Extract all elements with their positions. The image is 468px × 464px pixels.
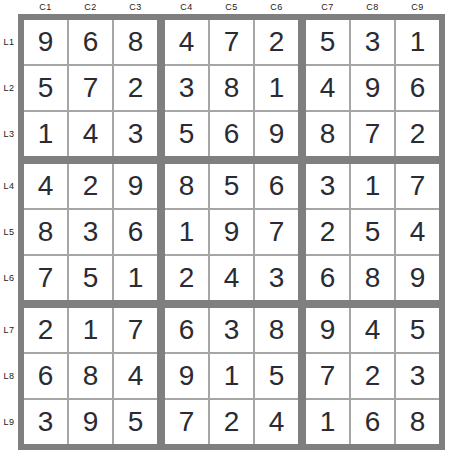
cell-L7C6[interactable]: 8 [255,308,298,352]
row-label-L8: L8 [0,354,18,398]
cell-L6C6[interactable]: 3 [255,256,298,300]
col-label-C5: C5 [210,2,253,14]
cell-L3C2[interactable]: 4 [69,112,112,156]
row-label-L4: L4 [0,164,18,208]
cell-L9C1[interactable]: 3 [24,400,67,444]
cell-L5C4[interactable]: 1 [165,210,208,254]
cell-L5C1[interactable]: 8 [24,210,67,254]
cell-L2C9[interactable]: 6 [396,66,439,110]
cell-L9C8[interactable]: 6 [351,400,394,444]
box-2-3: 317254689 [306,164,439,300]
cell-L8C4[interactable]: 9 [165,354,208,398]
cell-L1C6[interactable]: 2 [255,20,298,64]
row-label-L2: L2 [0,66,18,110]
row-label-group-3: L7L8L9 [0,308,18,444]
cell-L4C8[interactable]: 1 [351,164,394,208]
cell-L2C8[interactable]: 9 [351,66,394,110]
cell-L4C6[interactable]: 6 [255,164,298,208]
cell-L3C1[interactable]: 1 [24,112,67,156]
cell-L6C9[interactable]: 9 [396,256,439,300]
cell-L3C4[interactable]: 5 [165,112,208,156]
col-label-C8: C8 [351,2,394,14]
cell-L5C9[interactable]: 4 [396,210,439,254]
cell-L2C3[interactable]: 2 [114,66,157,110]
cell-L9C9[interactable]: 8 [396,400,439,444]
cell-L8C1[interactable]: 6 [24,354,67,398]
box-1-3: 531496872 [306,20,439,156]
row-label-L9: L9 [0,400,18,444]
cell-L7C2[interactable]: 1 [69,308,112,352]
col-label-group-3: C7C8C9 [306,2,439,14]
cell-L7C3[interactable]: 7 [114,308,157,352]
cell-L6C5[interactable]: 4 [210,256,253,300]
cell-L1C4[interactable]: 4 [165,20,208,64]
cell-L2C5[interactable]: 8 [210,66,253,110]
cell-L1C3[interactable]: 8 [114,20,157,64]
column-labels: C1C2C3C4C5C6C7C8C9 [18,0,445,14]
cell-L2C4[interactable]: 3 [165,66,208,110]
col-label-group-2: C4C5C6 [165,2,298,14]
row-label-group-1: L1L2L3 [0,20,18,156]
row-labels: L1L2L3L4L5L6L7L8L9 [0,14,18,450]
col-label-C7: C7 [306,2,349,14]
cell-L3C9[interactable]: 2 [396,112,439,156]
cell-L4C5[interactable]: 5 [210,164,253,208]
col-label-group-1: C1C2C3 [24,2,157,14]
cell-L7C1[interactable]: 2 [24,308,67,352]
cell-L6C3[interactable]: 1 [114,256,157,300]
cell-L3C8[interactable]: 7 [351,112,394,156]
cell-L1C1[interactable]: 9 [24,20,67,64]
cell-L6C1[interactable]: 7 [24,256,67,300]
cell-L4C7[interactable]: 3 [306,164,349,208]
row-label-L7: L7 [0,308,18,352]
cell-L8C5[interactable]: 1 [210,354,253,398]
cell-L7C9[interactable]: 5 [396,308,439,352]
cell-L9C7[interactable]: 1 [306,400,349,444]
box-2-2: 856197243 [165,164,298,300]
col-label-C1: C1 [24,2,67,14]
cell-L8C9[interactable]: 3 [396,354,439,398]
cell-L2C2[interactable]: 7 [69,66,112,110]
cell-L6C2[interactable]: 5 [69,256,112,300]
cell-L7C8[interactable]: 4 [351,308,394,352]
cell-L9C2[interactable]: 9 [69,400,112,444]
cell-L8C8[interactable]: 2 [351,354,394,398]
cell-L7C4[interactable]: 6 [165,308,208,352]
row-label-L5: L5 [0,210,18,254]
cell-L5C6[interactable]: 7 [255,210,298,254]
cell-L8C7[interactable]: 7 [306,354,349,398]
row-label-L3: L3 [0,112,18,156]
cell-L7C7[interactable]: 9 [306,308,349,352]
cell-L7C5[interactable]: 3 [210,308,253,352]
cell-L8C3[interactable]: 4 [114,354,157,398]
cell-L5C8[interactable]: 5 [351,210,394,254]
box-3-3: 945723168 [306,308,439,444]
cell-L4C2[interactable]: 2 [69,164,112,208]
cell-L2C6[interactable]: 1 [255,66,298,110]
box-2-1: 429836751 [24,164,157,300]
row-label-L6: L6 [0,256,18,300]
cell-L1C8[interactable]: 3 [351,20,394,64]
col-label-C2: C2 [69,2,112,14]
col-label-C9: C9 [396,2,439,14]
cell-L4C1[interactable]: 4 [24,164,67,208]
cell-L6C8[interactable]: 8 [351,256,394,300]
cell-L3C6[interactable]: 9 [255,112,298,156]
cell-L1C9[interactable]: 1 [396,20,439,64]
box-3-2: 638915724 [165,308,298,444]
cell-L2C1[interactable]: 5 [24,66,67,110]
cell-L1C5[interactable]: 7 [210,20,253,64]
sudoku-page: C1C2C3C4C5C6C7C8C9 L1L2L3L4L5L6L7L8L9 96… [0,0,468,450]
box-1-2: 472381569 [165,20,298,156]
col-label-C4: C4 [165,2,208,14]
cell-L2C7[interactable]: 4 [306,66,349,110]
cell-L9C5[interactable]: 2 [210,400,253,444]
cell-L6C7[interactable]: 6 [306,256,349,300]
cell-L1C7[interactable]: 5 [306,20,349,64]
cell-L9C4[interactable]: 7 [165,400,208,444]
cell-L3C3[interactable]: 3 [114,112,157,156]
row-label-L1: L1 [0,20,18,64]
cell-L5C5[interactable]: 9 [210,210,253,254]
cell-L6C4[interactable]: 2 [165,256,208,300]
cell-L8C2[interactable]: 8 [69,354,112,398]
cell-L3C7[interactable]: 8 [306,112,349,156]
cell-L8C6[interactable]: 5 [255,354,298,398]
col-label-C6: C6 [255,2,298,14]
cell-L9C6[interactable]: 4 [255,400,298,444]
col-label-C3: C3 [114,2,157,14]
cell-L9C3[interactable]: 5 [114,400,157,444]
cell-L4C9[interactable]: 7 [396,164,439,208]
box-1-1: 968572143 [24,20,157,156]
cell-L4C4[interactable]: 8 [165,164,208,208]
cell-L5C3[interactable]: 6 [114,210,157,254]
row-label-group-2: L4L5L6 [0,164,18,300]
box-3-1: 217684395 [24,308,157,444]
sudoku-board: 9685721434723815695314968724298367518561… [18,14,445,450]
cell-L1C2[interactable]: 6 [69,20,112,64]
cell-L3C5[interactable]: 6 [210,112,253,156]
cell-L5C2[interactable]: 3 [69,210,112,254]
cell-L5C7[interactable]: 2 [306,210,349,254]
corner-spacer [0,0,18,14]
cell-L4C3[interactable]: 9 [114,164,157,208]
